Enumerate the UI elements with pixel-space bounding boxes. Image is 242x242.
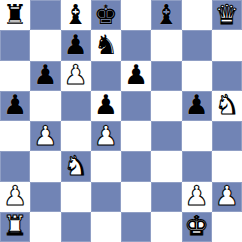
white-rook[interactable]: ♜ — [3, 212, 27, 239]
square-d1[interactable] — [91, 212, 121, 242]
square-d8[interactable]: ♚ — [91, 0, 121, 30]
black-pawn[interactable]: ♟ — [94, 91, 118, 118]
square-b1[interactable] — [30, 212, 60, 242]
square-f4[interactable] — [151, 121, 181, 151]
white-pawn[interactable]: ♟ — [33, 122, 57, 149]
square-a1[interactable]: ♜ — [0, 212, 30, 242]
square-c8[interactable]: ♝ — [61, 0, 91, 30]
square-c2[interactable] — [61, 182, 91, 212]
square-e8[interactable] — [121, 0, 151, 30]
square-a8[interactable]: ♜ — [0, 0, 30, 30]
square-a5[interactable]: ♟ — [0, 91, 30, 121]
square-b6[interactable]: ♟ — [30, 61, 60, 91]
square-d4[interactable]: ♟ — [91, 121, 121, 151]
square-c5[interactable] — [61, 91, 91, 121]
square-g7[interactable] — [182, 30, 212, 60]
square-b4[interactable]: ♟ — [30, 121, 60, 151]
black-bishop[interactable]: ♝ — [154, 1, 178, 28]
square-h5[interactable]: ♞ — [212, 91, 242, 121]
square-b8[interactable] — [30, 0, 60, 30]
white-knight[interactable]: ♞ — [215, 91, 239, 118]
square-d3[interactable] — [91, 151, 121, 181]
square-a2[interactable]: ♟ — [0, 182, 30, 212]
square-c4[interactable] — [61, 121, 91, 151]
square-h8[interactable]: ♛ — [212, 0, 242, 30]
square-h4[interactable] — [212, 121, 242, 151]
white-king[interactable]: ♚ — [185, 212, 209, 239]
square-d7[interactable]: ♞ — [91, 30, 121, 60]
black-pawn[interactable]: ♟ — [185, 91, 209, 118]
white-knight[interactable]: ♞ — [64, 152, 88, 179]
square-g6[interactable] — [182, 61, 212, 91]
square-f6[interactable] — [151, 61, 181, 91]
black-king[interactable]: ♚ — [94, 1, 118, 28]
square-e6[interactable]: ♟ — [121, 61, 151, 91]
square-h6[interactable] — [212, 61, 242, 91]
square-g1[interactable]: ♚ — [182, 212, 212, 242]
square-c7[interactable]: ♟ — [61, 30, 91, 60]
square-h2[interactable]: ♟ — [212, 182, 242, 212]
square-d6[interactable] — [91, 61, 121, 91]
square-f3[interactable] — [151, 151, 181, 181]
chess-board: ♜♝♚♝♛♟♞♟♟♟♟♟♟♞♟♟♞♟♟♟♜♚ — [0, 0, 242, 242]
square-d2[interactable] — [91, 182, 121, 212]
square-h7[interactable] — [212, 30, 242, 60]
square-f7[interactable] — [151, 30, 181, 60]
square-g2[interactable]: ♟ — [182, 182, 212, 212]
square-e4[interactable] — [121, 121, 151, 151]
square-c6[interactable]: ♟ — [61, 61, 91, 91]
square-b5[interactable] — [30, 91, 60, 121]
square-b7[interactable] — [30, 30, 60, 60]
white-pawn[interactable]: ♟ — [185, 182, 209, 209]
square-a3[interactable] — [0, 151, 30, 181]
square-f8[interactable]: ♝ — [151, 0, 181, 30]
square-e2[interactable] — [121, 182, 151, 212]
white-pawn[interactable]: ♟ — [94, 122, 118, 149]
square-g4[interactable] — [182, 121, 212, 151]
black-pawn[interactable]: ♟ — [124, 61, 148, 88]
white-pawn[interactable]: ♟ — [3, 182, 27, 209]
black-pawn[interactable]: ♟ — [64, 31, 88, 58]
square-h1[interactable] — [212, 212, 242, 242]
square-g5[interactable]: ♟ — [182, 91, 212, 121]
square-f5[interactable] — [151, 91, 181, 121]
square-a6[interactable] — [0, 61, 30, 91]
square-g8[interactable] — [182, 0, 212, 30]
square-a4[interactable] — [0, 121, 30, 151]
black-rook[interactable]: ♜ — [3, 1, 27, 28]
square-f1[interactable] — [151, 212, 181, 242]
square-h3[interactable] — [212, 151, 242, 181]
black-pawn[interactable]: ♟ — [3, 91, 27, 118]
white-pawn[interactable]: ♟ — [215, 182, 239, 209]
square-e1[interactable] — [121, 212, 151, 242]
square-e5[interactable] — [121, 91, 151, 121]
square-f2[interactable] — [151, 182, 181, 212]
square-g3[interactable] — [182, 151, 212, 181]
square-c1[interactable] — [61, 212, 91, 242]
black-bishop[interactable]: ♝ — [64, 1, 88, 28]
square-b2[interactable] — [30, 182, 60, 212]
black-knight[interactable]: ♞ — [94, 31, 118, 58]
square-a7[interactable] — [0, 30, 30, 60]
square-b3[interactable] — [30, 151, 60, 181]
square-e7[interactable] — [121, 30, 151, 60]
white-queen[interactable]: ♛ — [215, 1, 239, 28]
white-pawn[interactable]: ♟ — [64, 61, 88, 88]
square-e3[interactable] — [121, 151, 151, 181]
square-d5[interactable]: ♟ — [91, 91, 121, 121]
black-pawn[interactable]: ♟ — [33, 61, 57, 88]
square-c3[interactable]: ♞ — [61, 151, 91, 181]
